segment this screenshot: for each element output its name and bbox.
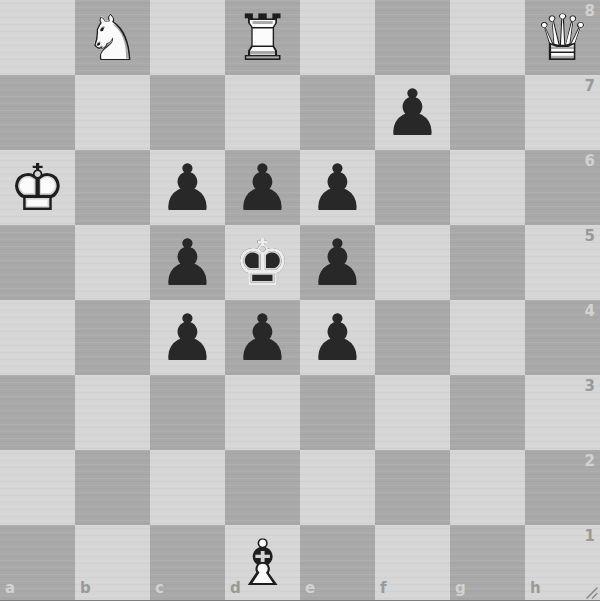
square-h6[interactable]: 6 xyxy=(525,150,600,225)
square-a7[interactable] xyxy=(0,75,75,150)
square-h5[interactable]: 5 xyxy=(525,225,600,300)
file-label-a: a xyxy=(5,581,15,596)
square-d3[interactable] xyxy=(225,375,300,450)
piece-white-queen[interactable]: ♛♕ xyxy=(525,0,600,75)
piece-black-pawn[interactable]: ♟ xyxy=(150,300,225,375)
file-label-f: f xyxy=(380,581,387,596)
square-b4[interactable] xyxy=(75,300,150,375)
square-g6[interactable] xyxy=(450,150,525,225)
square-e5[interactable]: ♟ xyxy=(300,225,375,300)
piece-black-pawn[interactable]: ♟ xyxy=(225,150,300,225)
rank-label-4: 4 xyxy=(585,304,595,319)
rank-label-7: 7 xyxy=(585,79,595,94)
square-b1[interactable]: b xyxy=(75,525,150,600)
piece-black-pawn[interactable]: ♟ xyxy=(225,300,300,375)
piece-black-pawn[interactable]: ♟ xyxy=(375,75,450,150)
square-f3[interactable] xyxy=(375,375,450,450)
square-h1[interactable]: 1h xyxy=(525,525,600,600)
piece-black-pawn[interactable]: ♟ xyxy=(300,225,375,300)
piece-white-king[interactable]: ♚♔ xyxy=(0,150,75,225)
rank-label-2: 2 xyxy=(585,454,595,469)
piece-black-king[interactable]: ♚♔ xyxy=(225,225,300,300)
file-label-h: h xyxy=(530,581,541,596)
square-e1[interactable]: e xyxy=(300,525,375,600)
square-f4[interactable] xyxy=(375,300,450,375)
file-label-b: b xyxy=(80,581,91,596)
piece-black-pawn[interactable]: ♟ xyxy=(150,225,225,300)
square-a5[interactable] xyxy=(0,225,75,300)
square-b3[interactable] xyxy=(75,375,150,450)
square-g8[interactable] xyxy=(450,0,525,75)
rank-label-1: 1 xyxy=(585,529,595,544)
square-c8[interactable] xyxy=(150,0,225,75)
square-b2[interactable] xyxy=(75,450,150,525)
rank-label-6: 6 xyxy=(585,154,595,169)
square-c1[interactable]: c xyxy=(150,525,225,600)
square-f1[interactable]: f xyxy=(375,525,450,600)
rank-label-3: 3 xyxy=(585,379,595,394)
square-f6[interactable] xyxy=(375,150,450,225)
square-g3[interactable] xyxy=(450,375,525,450)
square-c2[interactable] xyxy=(150,450,225,525)
square-a4[interactable] xyxy=(0,300,75,375)
square-h2[interactable]: 2 xyxy=(525,450,600,525)
square-c3[interactable] xyxy=(150,375,225,450)
square-d1[interactable]: d♝♗ xyxy=(225,525,300,600)
square-e2[interactable] xyxy=(300,450,375,525)
square-g5[interactable] xyxy=(450,225,525,300)
square-e6[interactable]: ♟ xyxy=(300,150,375,225)
square-c6[interactable]: ♟ xyxy=(150,150,225,225)
square-b5[interactable] xyxy=(75,225,150,300)
piece-white-rook[interactable]: ♜♖ xyxy=(225,0,300,75)
square-d5[interactable]: ♚♔ xyxy=(225,225,300,300)
square-e4[interactable]: ♟ xyxy=(300,300,375,375)
square-c7[interactable] xyxy=(150,75,225,150)
square-f7[interactable]: ♟ xyxy=(375,75,450,150)
square-g4[interactable] xyxy=(450,300,525,375)
chess-board: ♞♘♜♖8♛♕♟7♚♔♟♟♟6♟♚♔♟5♟♟♟432abcd♝♗efg1h xyxy=(0,0,600,601)
square-h8[interactable]: 8♛♕ xyxy=(525,0,600,75)
square-e8[interactable] xyxy=(300,0,375,75)
square-a3[interactable] xyxy=(0,375,75,450)
square-d8[interactable]: ♜♖ xyxy=(225,0,300,75)
square-d6[interactable]: ♟ xyxy=(225,150,300,225)
square-d4[interactable]: ♟ xyxy=(225,300,300,375)
piece-white-bishop[interactable]: ♝♗ xyxy=(225,525,300,600)
square-f8[interactable] xyxy=(375,0,450,75)
file-label-e: e xyxy=(305,581,315,596)
square-c4[interactable]: ♟ xyxy=(150,300,225,375)
piece-black-pawn[interactable]: ♟ xyxy=(300,150,375,225)
square-g2[interactable] xyxy=(450,450,525,525)
piece-white-knight[interactable]: ♞♘ xyxy=(75,0,150,75)
square-f5[interactable] xyxy=(375,225,450,300)
square-a1[interactable]: a xyxy=(0,525,75,600)
file-label-c: c xyxy=(155,581,164,596)
square-g7[interactable] xyxy=(450,75,525,150)
square-g1[interactable]: g xyxy=(450,525,525,600)
square-a6[interactable]: ♚♔ xyxy=(0,150,75,225)
rank-label-5: 5 xyxy=(585,229,595,244)
square-e7[interactable] xyxy=(300,75,375,150)
square-c5[interactable]: ♟ xyxy=(150,225,225,300)
square-b6[interactable] xyxy=(75,150,150,225)
square-a8[interactable] xyxy=(0,0,75,75)
square-h4[interactable]: 4 xyxy=(525,300,600,375)
square-h3[interactable]: 3 xyxy=(525,375,600,450)
square-d2[interactable] xyxy=(225,450,300,525)
square-e3[interactable] xyxy=(300,375,375,450)
square-a2[interactable] xyxy=(0,450,75,525)
square-b7[interactable] xyxy=(75,75,150,150)
square-b8[interactable]: ♞♘ xyxy=(75,0,150,75)
piece-black-pawn[interactable]: ♟ xyxy=(300,300,375,375)
square-d7[interactable] xyxy=(225,75,300,150)
resize-handle-icon[interactable] xyxy=(584,584,598,598)
piece-black-pawn[interactable]: ♟ xyxy=(150,150,225,225)
square-h7[interactable]: 7 xyxy=(525,75,600,150)
file-label-g: g xyxy=(455,581,466,596)
square-f2[interactable] xyxy=(375,450,450,525)
